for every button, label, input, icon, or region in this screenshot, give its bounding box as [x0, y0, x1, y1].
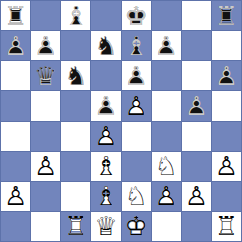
black-knight-glyph: ♞: [91, 31, 120, 60]
black-pawn: ♟♙: [212, 61, 241, 90]
black-pawn-glyph: ♟: [31, 31, 60, 60]
square-e8[interactable]: ♚♔: [122, 1, 151, 30]
square-d3[interactable]: ♝♗: [91, 152, 120, 181]
black-bishop-outline: ♗: [122, 31, 151, 60]
black-pawn: ♟♙: [1, 31, 30, 60]
white-rook: ♜♖: [61, 212, 90, 241]
black-pawn-outline: ♙: [1, 31, 30, 60]
black-pawn-glyph: ♟: [182, 91, 211, 120]
square-b4[interactable]: [31, 122, 60, 151]
square-d8[interactable]: [91, 1, 120, 30]
black-queen-outline: ♕: [31, 61, 60, 90]
white-pawn-glyph: ♟: [212, 152, 241, 181]
white-knight-glyph: ♞: [152, 152, 181, 181]
white-pawn-glyph: ♟: [152, 182, 181, 211]
white-queen-outline: ♕: [91, 212, 120, 241]
black-rook-outline: ♖: [212, 1, 241, 30]
black-rook: ♜♖: [1, 1, 30, 30]
black-pawn: ♟♙: [122, 61, 151, 90]
square-h4[interactable]: [212, 122, 241, 151]
square-g7[interactable]: [182, 31, 211, 60]
square-b1[interactable]: [31, 212, 60, 241]
white-rook: ♜♖: [212, 212, 241, 241]
white-rook-glyph: ♜: [212, 212, 241, 241]
square-a3[interactable]: [1, 152, 30, 181]
square-e6[interactable]: ♟♙: [122, 61, 151, 90]
square-e2[interactable]: ♞♘: [122, 182, 151, 211]
white-pawn-outline: ♙: [152, 182, 181, 211]
square-f1[interactable]: [152, 212, 181, 241]
white-pawn: ♟♙: [122, 91, 151, 120]
square-f7[interactable]: ♟♙: [152, 31, 181, 60]
square-f6[interactable]: [152, 61, 181, 90]
square-h3[interactable]: ♟♙: [212, 152, 241, 181]
square-b8[interactable]: [31, 1, 60, 30]
black-knight-glyph: ♞: [61, 61, 90, 90]
black-knight-outline: ♘: [91, 31, 120, 60]
white-bishop-outline: ♗: [91, 152, 120, 181]
square-c1[interactable]: ♜♖: [61, 212, 90, 241]
white-bishop-glyph: ♝: [91, 182, 120, 211]
square-g3[interactable]: [182, 152, 211, 181]
square-g5[interactable]: ♟♙: [182, 91, 211, 120]
square-d5[interactable]: ♟♙: [91, 91, 120, 120]
square-a4[interactable]: [1, 122, 30, 151]
white-king-glyph: ♚: [122, 212, 151, 241]
white-pawn-outline: ♙: [31, 152, 60, 181]
square-e1[interactable]: ♚♔: [122, 212, 151, 241]
black-pawn-glyph: ♟: [152, 31, 181, 60]
black-pawn-glyph: ♟: [122, 61, 151, 90]
black-rook: ♜♖: [212, 1, 241, 30]
square-c6[interactable]: ♞♘: [61, 61, 90, 90]
white-pawn: ♟♙: [182, 182, 211, 211]
black-pawn-outline: ♙: [91, 91, 120, 120]
white-pawn-outline: ♙: [212, 152, 241, 181]
square-f3[interactable]: ♞♘: [152, 152, 181, 181]
square-f5[interactable]: [152, 91, 181, 120]
square-a1[interactable]: [1, 212, 30, 241]
white-pawn: ♟♙: [1, 182, 30, 211]
square-h1[interactable]: ♜♖: [212, 212, 241, 241]
white-knight: ♞♘: [122, 182, 151, 211]
black-pawn: ♟♙: [31, 31, 60, 60]
white-knight-outline: ♘: [122, 182, 151, 211]
black-pawn-outline: ♙: [182, 91, 211, 120]
square-d2[interactable]: ♝♗: [91, 182, 120, 211]
black-pawn-glyph: ♟: [91, 91, 120, 120]
black-pawn-glyph: ♟: [212, 61, 241, 90]
black-king-outline: ♔: [122, 1, 151, 30]
square-g4[interactable]: [182, 122, 211, 151]
square-g8[interactable]: [182, 1, 211, 30]
square-d7[interactable]: ♞♘: [91, 31, 120, 60]
white-bishop-glyph: ♝: [91, 152, 120, 181]
black-bishop: ♝♗: [61, 1, 90, 30]
square-e7[interactable]: ♝♗: [122, 31, 151, 60]
square-b5[interactable]: [31, 91, 60, 120]
square-e4[interactable]: [122, 122, 151, 151]
square-g6[interactable]: [182, 61, 211, 90]
white-pawn: ♟♙: [212, 152, 241, 181]
black-rook-glyph: ♜: [1, 1, 30, 30]
white-rook-outline: ♖: [61, 212, 90, 241]
square-h8[interactable]: ♜♖: [212, 1, 241, 30]
black-pawn-outline: ♙: [31, 31, 60, 60]
square-d1[interactable]: ♛♕: [91, 212, 120, 241]
square-e3[interactable]: [122, 152, 151, 181]
square-a2[interactable]: ♟♙: [1, 182, 30, 211]
black-bishop-glyph: ♝: [61, 1, 90, 30]
white-pawn-glyph: ♟: [91, 122, 120, 151]
square-h7[interactable]: [212, 31, 241, 60]
white-pawn-glyph: ♟: [1, 182, 30, 211]
chessboard-container: ♜♖♝♗♚♔♜♖♟♙♟♙♞♘♝♗♟♙♛♕♞♘♟♙♟♙♟♙♟♙♟♙♟♙♟♙♝♗♞♘…: [0, 0, 242, 242]
square-c8[interactable]: ♝♗: [61, 1, 90, 30]
black-pawn-outline: ♙: [212, 61, 241, 90]
black-pawn: ♟♙: [91, 91, 120, 120]
square-g1[interactable]: [182, 212, 211, 241]
white-rook-glyph: ♜: [61, 212, 90, 241]
square-b3[interactable]: ♟♙: [31, 152, 60, 181]
square-a6[interactable]: [1, 61, 30, 90]
square-c7[interactable]: [61, 31, 90, 60]
square-h6[interactable]: ♟♙: [212, 61, 241, 90]
square-b6[interactable]: ♛♕: [31, 61, 60, 90]
black-pawn-outline: ♙: [122, 61, 151, 90]
white-knight: ♞♘: [152, 152, 181, 181]
square-h2[interactable]: [212, 182, 241, 211]
black-knight-outline: ♘: [61, 61, 90, 90]
black-knight: ♞♘: [61, 61, 90, 90]
black-rook-outline: ♖: [1, 1, 30, 30]
white-pawn: ♟♙: [91, 122, 120, 151]
square-c3[interactable]: [61, 152, 90, 181]
black-pawn: ♟♙: [152, 31, 181, 60]
black-pawn-outline: ♙: [152, 31, 181, 60]
square-b7[interactable]: ♟♙: [31, 31, 60, 60]
black-bishop: ♝♗: [122, 31, 151, 60]
square-h5[interactable]: [212, 91, 241, 120]
white-queen: ♛♕: [91, 212, 120, 241]
chess-board: ♜♖♝♗♚♔♜♖♟♙♟♙♞♘♝♗♟♙♛♕♞♘♟♙♟♙♟♙♟♙♟♙♟♙♟♙♝♗♞♘…: [0, 0, 242, 242]
square-a5[interactable]: [1, 91, 30, 120]
white-rook-outline: ♖: [212, 212, 241, 241]
white-pawn-outline: ♙: [182, 182, 211, 211]
white-pawn-outline: ♙: [1, 182, 30, 211]
black-rook-glyph: ♜: [212, 1, 241, 30]
white-bishop: ♝♗: [91, 152, 120, 181]
black-queen: ♛♕: [31, 61, 60, 90]
white-bishop: ♝♗: [91, 182, 120, 211]
white-bishop-outline: ♗: [91, 182, 120, 211]
white-knight-glyph: ♞: [122, 182, 151, 211]
white-pawn: ♟♙: [152, 182, 181, 211]
white-pawn-glyph: ♟: [122, 91, 151, 120]
white-pawn: ♟♙: [31, 152, 60, 181]
square-f4[interactable]: [152, 122, 181, 151]
square-d6[interactable]: [91, 61, 120, 90]
square-c4[interactable]: [61, 122, 90, 151]
white-king: ♚♔: [122, 212, 151, 241]
white-knight-outline: ♘: [152, 152, 181, 181]
white-pawn-glyph: ♟: [31, 152, 60, 181]
white-queen-glyph: ♛: [91, 212, 120, 241]
black-bishop-glyph: ♝: [122, 31, 151, 60]
square-d4[interactable]: ♟♙: [91, 122, 120, 151]
white-king-outline: ♔: [122, 212, 151, 241]
white-pawn-outline: ♙: [91, 122, 120, 151]
black-king: ♚♔: [122, 1, 151, 30]
black-knight: ♞♘: [91, 31, 120, 60]
black-bishop-outline: ♗: [61, 1, 90, 30]
square-a7[interactable]: ♟♙: [1, 31, 30, 60]
black-king-glyph: ♚: [122, 1, 151, 30]
square-f2[interactable]: ♟♙: [152, 182, 181, 211]
square-c2[interactable]: [61, 182, 90, 211]
black-pawn: ♟♙: [182, 91, 211, 120]
square-f8[interactable]: [152, 1, 181, 30]
black-pawn-glyph: ♟: [1, 31, 30, 60]
square-e5[interactable]: ♟♙: [122, 91, 151, 120]
square-c5[interactable]: [61, 91, 90, 120]
square-b2[interactable]: [31, 182, 60, 211]
white-pawn-glyph: ♟: [182, 182, 211, 211]
square-g2[interactable]: ♟♙: [182, 182, 211, 211]
square-a8[interactable]: ♜♖: [1, 1, 30, 30]
white-pawn-outline: ♙: [122, 91, 151, 120]
black-queen-glyph: ♛: [31, 61, 60, 90]
